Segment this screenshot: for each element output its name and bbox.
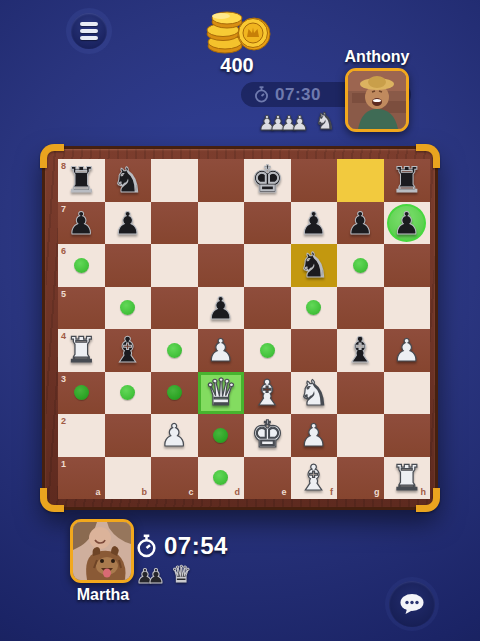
square-d6[interactable] <box>198 244 245 287</box>
square-c6[interactable] <box>151 244 198 287</box>
square-f8[interactable] <box>291 159 338 202</box>
square-e2[interactable]: ♚ <box>244 414 291 457</box>
captured-black-queen: ♛ <box>171 563 192 586</box>
file-label-g: g <box>374 487 380 497</box>
rank-label-6: 6 <box>61 246 66 256</box>
square-h3[interactable] <box>384 372 431 415</box>
chess-board: 8♜♞♚♜7♟♟♟♟♟6♞5♟4♜♝♟♝♟3♛♝♞2♟♚♟1abcdef♝gh♜ <box>42 146 438 510</box>
file-label-d: d <box>235 487 241 497</box>
piece-black-pawn[interactable]: ♟ <box>384 202 431 245</box>
square-h1[interactable]: h♜ <box>384 457 431 500</box>
square-g3[interactable] <box>337 372 384 415</box>
rank-label-3: 3 <box>61 374 66 384</box>
square-c8[interactable] <box>151 159 198 202</box>
square-d7[interactable] <box>198 202 245 245</box>
square-d5[interactable]: ♟ <box>198 287 245 330</box>
move-hint-dot[interactable] <box>120 385 135 400</box>
square-c5[interactable] <box>151 287 198 330</box>
square-a5[interactable]: 5 <box>58 287 105 330</box>
piece-black-pawn[interactable]: ♟ <box>198 287 245 330</box>
piece-white-knight[interactable]: ♞ <box>291 372 338 415</box>
piece-white-rook[interactable]: ♜ <box>58 329 105 372</box>
coin-stack-icon <box>197 6 277 56</box>
move-hint-dot[interactable] <box>260 343 275 358</box>
square-b6[interactable] <box>105 244 152 287</box>
captured-white-knight: ♞ <box>315 110 336 133</box>
square-d4[interactable]: ♟ <box>198 329 245 372</box>
square-e7[interactable] <box>244 202 291 245</box>
piece-white-pawn[interactable]: ♟ <box>198 329 245 372</box>
square-g6[interactable] <box>337 244 384 287</box>
file-label-e: e <box>281 487 286 497</box>
piece-black-pawn[interactable]: ♟ <box>291 202 338 245</box>
chat-button[interactable] <box>389 581 435 627</box>
self-timer-value: 07:54 <box>164 532 228 560</box>
square-e5[interactable] <box>244 287 291 330</box>
rank-label-2: 2 <box>61 416 66 426</box>
square-e3[interactable]: ♝ <box>244 372 291 415</box>
square-c4[interactable] <box>151 329 198 372</box>
square-b4[interactable]: ♝ <box>105 329 152 372</box>
move-hint-dot[interactable] <box>213 470 228 485</box>
board-grid: 8♜♞♚♜7♟♟♟♟♟6♞5♟4♜♝♟♝♟3♛♝♞2♟♚♟1abcdef♝gh♜ <box>58 159 430 499</box>
square-b2[interactable] <box>105 414 152 457</box>
square-d8[interactable] <box>198 159 245 202</box>
square-d3[interactable]: ♛ <box>198 372 245 415</box>
square-h2[interactable] <box>384 414 431 457</box>
square-g5[interactable] <box>337 287 384 330</box>
piece-white-pawn[interactable]: ♟ <box>384 329 431 372</box>
square-f7[interactable]: ♟ <box>291 202 338 245</box>
square-g1[interactable]: g <box>337 457 384 500</box>
square-d1[interactable]: d <box>198 457 245 500</box>
square-g8[interactable] <box>337 159 384 202</box>
square-a7[interactable]: 7♟ <box>58 202 105 245</box>
rank-label-5: 5 <box>61 289 66 299</box>
coin-balance: 400 <box>197 54 277 77</box>
square-f2[interactable]: ♟ <box>291 414 338 457</box>
stopwatch-icon <box>254 86 269 103</box>
opponent-name: Anthony <box>330 48 424 66</box>
piece-black-pawn[interactable]: ♟ <box>337 202 384 245</box>
opponent-captured-tray: ♟♟♟♟♞ <box>258 106 335 133</box>
square-a2[interactable]: 2 <box>58 414 105 457</box>
piece-white-pawn[interactable]: ♟ <box>291 414 338 457</box>
self-name: Martha <box>60 586 146 604</box>
square-g7[interactable]: ♟ <box>337 202 384 245</box>
piece-black-knight[interactable]: ♞ <box>105 159 152 202</box>
piece-white-bishop[interactable]: ♝ <box>291 457 338 500</box>
piece-white-queen[interactable]: ♛ <box>198 372 245 415</box>
piece-black-bishop[interactable]: ♝ <box>337 329 384 372</box>
file-label-a: a <box>95 487 100 497</box>
square-a3[interactable]: 3 <box>58 372 105 415</box>
piece-black-rook[interactable]: ♜ <box>58 159 105 202</box>
square-a6[interactable]: 6 <box>58 244 105 287</box>
piece-black-bishop[interactable]: ♝ <box>105 329 152 372</box>
self-avatar-photo <box>73 522 131 580</box>
square-c2[interactable]: ♟ <box>151 414 198 457</box>
square-e4[interactable] <box>244 329 291 372</box>
square-h5[interactable] <box>384 287 431 330</box>
self-avatar[interactable] <box>70 519 134 583</box>
speech-bubble-icon <box>399 592 425 616</box>
opponent-timer-value: 07:30 <box>275 85 321 105</box>
square-b1[interactable]: b <box>105 457 152 500</box>
square-h7[interactable]: ♟ <box>384 202 431 245</box>
move-hint-dot[interactable] <box>213 428 228 443</box>
square-e1[interactable]: e <box>244 457 291 500</box>
square-f3[interactable]: ♞ <box>291 372 338 415</box>
square-h8[interactable]: ♜ <box>384 159 431 202</box>
square-e8[interactable]: ♚ <box>244 159 291 202</box>
square-a8[interactable]: 8♜ <box>58 159 105 202</box>
square-g2[interactable] <box>337 414 384 457</box>
move-hint-dot[interactable] <box>167 385 182 400</box>
self-captured-tray: ♟♟♛ <box>136 560 192 586</box>
square-f1[interactable]: f♝ <box>291 457 338 500</box>
move-hint-dot[interactable] <box>74 385 89 400</box>
square-a1[interactable]: 1a <box>58 457 105 500</box>
square-c3[interactable] <box>151 372 198 415</box>
square-b8[interactable]: ♞ <box>105 159 152 202</box>
square-c7[interactable] <box>151 202 198 245</box>
captured-black-pawn: ♟ <box>147 566 165 586</box>
piece-white-king[interactable]: ♚ <box>244 414 291 457</box>
piece-black-pawn[interactable]: ♟ <box>58 202 105 245</box>
square-h4[interactable]: ♟ <box>384 329 431 372</box>
move-hint-dot[interactable] <box>306 300 321 315</box>
square-f5[interactable] <box>291 287 338 330</box>
stopwatch-icon <box>136 534 157 558</box>
coin-balance-display: 400 <box>197 6 277 77</box>
file-label-c: c <box>188 487 193 497</box>
move-hint-dot[interactable] <box>167 343 182 358</box>
square-g4[interactable]: ♝ <box>337 329 384 372</box>
square-b3[interactable] <box>105 372 152 415</box>
square-a4[interactable]: 4♜ <box>58 329 105 372</box>
piece-white-rook[interactable]: ♜ <box>384 457 431 500</box>
piece-black-rook[interactable]: ♜ <box>384 159 431 202</box>
file-label-b: b <box>142 487 148 497</box>
move-hint-dot[interactable] <box>353 258 368 273</box>
rank-label-1: 1 <box>61 459 66 469</box>
square-c1[interactable]: c <box>151 457 198 500</box>
piece-black-king[interactable]: ♚ <box>244 159 291 202</box>
piece-white-bishop[interactable]: ♝ <box>244 372 291 415</box>
captured-white-pawn: ♟ <box>291 113 309 133</box>
square-e6[interactable] <box>244 244 291 287</box>
square-d2[interactable] <box>198 414 245 457</box>
menu-button[interactable] <box>71 13 107 49</box>
opponent-avatar-photo <box>348 71 406 129</box>
app: { "game": "chess", "position": { "fen": … <box>0 0 480 641</box>
move-hint-dot[interactable] <box>120 300 135 315</box>
square-f4[interactable] <box>291 329 338 372</box>
self-timer: 07:54 <box>136 532 228 560</box>
move-hint-dot[interactable] <box>74 258 89 273</box>
square-h6[interactable] <box>384 244 431 287</box>
square-f6[interactable]: ♞ <box>291 244 338 287</box>
piece-black-pawn[interactable]: ♟ <box>105 202 152 245</box>
square-b7[interactable]: ♟ <box>105 202 152 245</box>
piece-black-knight[interactable]: ♞ <box>291 244 338 287</box>
square-b5[interactable] <box>105 287 152 330</box>
piece-white-pawn[interactable]: ♟ <box>151 414 198 457</box>
opponent-avatar[interactable] <box>345 68 409 132</box>
